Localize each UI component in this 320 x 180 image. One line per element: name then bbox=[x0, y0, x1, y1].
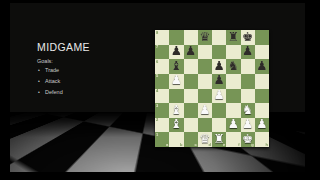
square-a4: 4 bbox=[155, 89, 169, 104]
file-label: e bbox=[223, 143, 225, 147]
square-e4: ♟ bbox=[212, 89, 226, 104]
square-f6: ♞ bbox=[226, 59, 240, 74]
square-c7: ♟ bbox=[184, 45, 198, 60]
white-pawn-piece: ♟ bbox=[228, 118, 239, 131]
square-h6: ♟ bbox=[255, 59, 269, 74]
square-a5: 5 bbox=[155, 74, 169, 89]
black-knight-piece: ♞ bbox=[228, 60, 239, 73]
rank-label: 6 bbox=[156, 60, 158, 64]
file-label: b bbox=[180, 143, 182, 147]
square-f4 bbox=[226, 89, 240, 104]
square-d8: ♛ bbox=[198, 30, 212, 45]
square-a3: 3 bbox=[155, 103, 169, 118]
bullet-icon: • bbox=[38, 67, 45, 73]
goal-item-label: Defend bbox=[45, 89, 63, 95]
goal-item-attack: • Attack bbox=[38, 78, 63, 84]
rank-label: 4 bbox=[156, 89, 158, 93]
white-bishop-piece: ♝ bbox=[171, 104, 182, 117]
bullet-icon: • bbox=[38, 78, 45, 84]
black-bishop-piece: ♝ bbox=[171, 60, 182, 73]
file-label: d bbox=[209, 143, 211, 147]
square-f8: ♜ bbox=[226, 30, 240, 45]
slide-canvas: MIDGAME Goals: • Trade • Attack • Defend… bbox=[10, 3, 305, 172]
black-king-piece: ♚ bbox=[242, 31, 253, 44]
white-pawn-piece: ♟ bbox=[214, 89, 225, 102]
square-c6 bbox=[184, 59, 198, 74]
square-c3 bbox=[184, 103, 198, 118]
square-e3 bbox=[212, 103, 226, 118]
square-g6 bbox=[241, 59, 255, 74]
rank-label: 8 bbox=[156, 31, 158, 35]
square-c5 bbox=[184, 74, 198, 89]
square-f5 bbox=[226, 74, 240, 89]
file-label: a bbox=[166, 143, 168, 147]
black-rook-piece: ♜ bbox=[228, 31, 239, 44]
goal-item-trade: • Trade bbox=[38, 67, 63, 73]
square-e8 bbox=[212, 30, 226, 45]
square-c2 bbox=[184, 118, 198, 133]
square-d1: d♛ bbox=[198, 132, 212, 147]
square-h5 bbox=[255, 74, 269, 89]
black-pawn-piece: ♟ bbox=[256, 60, 267, 73]
black-pawn-piece: ♟ bbox=[214, 74, 225, 87]
white-pawn-piece: ♟ bbox=[256, 118, 267, 131]
square-b2: ♝ bbox=[169, 118, 183, 133]
white-pawn-piece: ♟ bbox=[199, 104, 210, 117]
file-label: f bbox=[238, 143, 239, 147]
square-g7: ♟ bbox=[241, 45, 255, 60]
black-pawn-piece: ♟ bbox=[171, 45, 182, 58]
square-c1: c bbox=[184, 132, 198, 147]
white-pawn-piece: ♟ bbox=[242, 118, 253, 131]
square-g4 bbox=[241, 89, 255, 104]
black-pawn-piece: ♟ bbox=[185, 45, 196, 58]
bullet-icon: • bbox=[38, 89, 45, 95]
goals-list: • Trade • Attack • Defend bbox=[38, 67, 63, 100]
file-label: h bbox=[266, 143, 268, 147]
goal-item-defend: • Defend bbox=[38, 89, 63, 95]
file-label: c bbox=[195, 143, 197, 147]
rank-label: 1 bbox=[156, 133, 158, 137]
slide-title: MIDGAME bbox=[37, 41, 90, 53]
square-d3: ♟ bbox=[198, 103, 212, 118]
rank-label: 3 bbox=[156, 104, 158, 108]
square-g1: g♚ bbox=[241, 132, 255, 147]
black-pawn-piece: ♟ bbox=[214, 60, 225, 73]
square-d5 bbox=[198, 74, 212, 89]
video-frame: MIDGAME Goals: • Trade • Attack • Defend… bbox=[0, 0, 320, 180]
square-a1: 1a bbox=[155, 132, 169, 147]
square-g5 bbox=[241, 74, 255, 89]
square-f1: f bbox=[226, 132, 240, 147]
goal-item-label: Attack bbox=[45, 78, 60, 84]
rank-label: 7 bbox=[156, 45, 158, 49]
white-bishop-piece: ♝ bbox=[171, 118, 182, 131]
square-a7: 7 bbox=[155, 45, 169, 60]
square-b1: b bbox=[169, 132, 183, 147]
rank-label: 5 bbox=[156, 74, 158, 78]
square-b5: ♟ bbox=[169, 74, 183, 89]
square-f2: ♟ bbox=[226, 118, 240, 133]
goal-item-label: Trade bbox=[45, 67, 59, 73]
square-h8 bbox=[255, 30, 269, 45]
square-d4 bbox=[198, 89, 212, 104]
square-d6 bbox=[198, 59, 212, 74]
square-a6: 6 bbox=[155, 59, 169, 74]
square-d7 bbox=[198, 45, 212, 60]
square-h4 bbox=[255, 89, 269, 104]
file-label: g bbox=[251, 143, 253, 147]
black-pawn-piece: ♟ bbox=[242, 45, 253, 58]
square-h1: h bbox=[255, 132, 269, 147]
square-a2: 2 bbox=[155, 118, 169, 133]
white-knight-piece: ♞ bbox=[242, 104, 253, 117]
square-h2: ♟ bbox=[255, 118, 269, 133]
chess-board-diagram: 8♛♜♚7♟♟♟6♝♟♞♟5♟♟4♟3♝♟♞2♝♟♟♟1abcd♛e♜fg♚h bbox=[155, 30, 269, 147]
square-b4 bbox=[169, 89, 183, 104]
square-c4 bbox=[184, 89, 198, 104]
square-e1: e♜ bbox=[212, 132, 226, 147]
rank-label: 2 bbox=[156, 118, 158, 122]
goals-label: Goals: bbox=[37, 58, 53, 64]
square-a8: 8 bbox=[155, 30, 169, 45]
black-queen-piece: ♛ bbox=[199, 31, 210, 44]
white-pawn-piece: ♟ bbox=[171, 74, 182, 87]
